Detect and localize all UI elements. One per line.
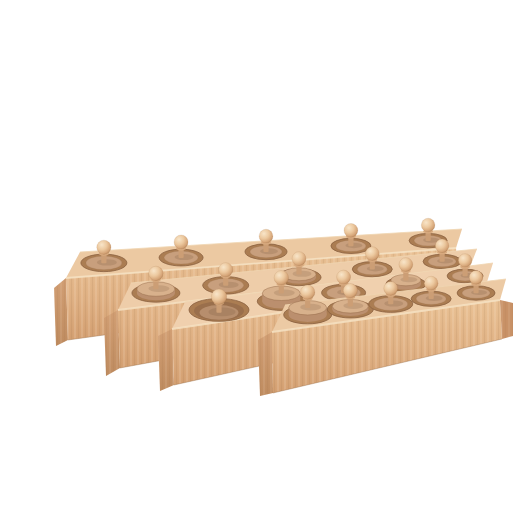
knob-ball <box>149 266 163 280</box>
knob-ball <box>421 218 435 232</box>
product-photo-canvas <box>0 0 520 520</box>
knob-ball <box>174 235 188 249</box>
knob-ball <box>435 239 449 253</box>
knob-ball <box>300 285 314 299</box>
knob-ball <box>97 240 111 254</box>
knob-ball <box>344 223 358 237</box>
knob-ball <box>274 271 288 285</box>
cylinder-blocks-photo <box>0 0 520 520</box>
knob-ball <box>384 281 398 295</box>
knob-ball <box>292 252 306 266</box>
knob-ball <box>469 271 483 285</box>
knob-ball <box>365 247 379 261</box>
knob-ball <box>424 276 438 290</box>
knob-ball <box>343 284 357 298</box>
knob-ball <box>458 254 471 267</box>
knob-ball <box>219 263 233 277</box>
knob-ball <box>337 270 351 284</box>
knob-ball <box>259 229 273 243</box>
knob-ball <box>211 289 226 304</box>
knob-ball <box>399 258 413 272</box>
